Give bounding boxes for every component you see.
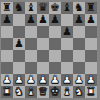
black-pawn-icon: ♟: [2, 14, 12, 26]
square-f2[interactable]: ♟: [61, 74, 73, 86]
square-f7[interactable]: [61, 14, 73, 26]
square-h7[interactable]: ♟: [85, 14, 97, 26]
black-pawn-icon: ♟: [38, 14, 48, 26]
black-pawn-icon: ♟: [74, 14, 84, 26]
square-e2[interactable]: ♟: [49, 74, 61, 86]
square-a8[interactable]: ♜: [1, 2, 13, 14]
white-pawn-icon: ♟: [14, 74, 24, 86]
black-pawn-icon: ♟: [62, 26, 72, 38]
square-h4[interactable]: [85, 50, 97, 62]
black-rook-icon: ♜: [86, 2, 96, 14]
square-f3[interactable]: [61, 62, 73, 74]
square-d2[interactable]: ♟: [37, 74, 49, 86]
square-c4[interactable]: [25, 50, 37, 62]
square-e1[interactable]: ♚: [49, 86, 61, 98]
white-pawn-icon: ♟: [50, 74, 60, 86]
square-d5[interactable]: [37, 38, 49, 50]
white-queen-icon: ♛: [38, 86, 48, 98]
square-b2[interactable]: ♟: [13, 74, 25, 86]
black-pawn-icon: ♟: [86, 14, 96, 26]
square-d7[interactable]: ♟: [37, 14, 49, 26]
square-a4[interactable]: [1, 50, 13, 62]
white-king-icon: ♚: [50, 86, 60, 98]
square-e4[interactable]: [49, 50, 61, 62]
white-pawn-icon: ♟: [26, 74, 36, 86]
black-queen-icon: ♛: [38, 2, 48, 14]
black-rook-icon: ♜: [2, 2, 12, 14]
square-b3[interactable]: [13, 62, 25, 74]
square-f8[interactable]: ♝: [61, 2, 73, 14]
square-e6[interactable]: [49, 26, 61, 38]
white-pawn-icon: ♟: [38, 74, 48, 86]
square-h8[interactable]: ♜: [85, 2, 97, 14]
square-e7[interactable]: ♟: [49, 14, 61, 26]
square-d6[interactable]: [37, 26, 49, 38]
square-g8[interactable]: ♞: [73, 2, 85, 14]
white-pawn-icon: ♟: [62, 74, 72, 86]
white-bishop-icon: ♝: [62, 86, 72, 98]
square-e3[interactable]: [49, 62, 61, 74]
square-b1[interactable]: ♞: [13, 86, 25, 98]
square-h2[interactable]: ♟: [85, 74, 97, 86]
square-g4[interactable]: [73, 50, 85, 62]
square-g3[interactable]: [73, 62, 85, 74]
black-knight-icon: ♞: [74, 2, 84, 14]
square-c3[interactable]: [25, 62, 37, 74]
square-d3[interactable]: [37, 62, 49, 74]
square-b7[interactable]: [13, 14, 25, 26]
square-e8[interactable]: ♚: [49, 2, 61, 14]
square-c5[interactable]: [25, 38, 37, 50]
square-g2[interactable]: ♟: [73, 74, 85, 86]
white-pawn-icon: ♟: [74, 74, 84, 86]
square-d1[interactable]: ♛: [37, 86, 49, 98]
black-pawn-icon: ♟: [26, 14, 36, 26]
white-bishop-icon: ♝: [26, 86, 36, 98]
square-d8[interactable]: ♛: [37, 2, 49, 14]
square-a7[interactable]: ♟: [1, 14, 13, 26]
square-a2[interactable]: ♟: [1, 74, 13, 86]
square-a1[interactable]: ♜: [1, 86, 13, 98]
white-pawn-icon: ♟: [86, 74, 96, 86]
square-c2[interactable]: ♟: [25, 74, 37, 86]
square-h6[interactable]: [85, 26, 97, 38]
square-h5[interactable]: [85, 38, 97, 50]
square-a3[interactable]: [1, 62, 13, 74]
square-c6[interactable]: [25, 26, 37, 38]
black-pawn-icon: ♟: [50, 14, 60, 26]
square-e5[interactable]: [49, 38, 61, 50]
white-rook-icon: ♜: [2, 86, 12, 98]
square-g7[interactable]: ♟: [73, 14, 85, 26]
white-knight-icon: ♞: [14, 86, 24, 98]
square-f1[interactable]: ♝: [61, 86, 73, 98]
square-g1[interactable]: ♞: [73, 86, 85, 98]
chess-board: ♜♞♝♛♚♝♞♜♟♟♟♟♟♟♟♟♟♟♟♟♟♟♟♟♜♞♝♛♚♝♞♜: [1, 2, 97, 98]
square-f5[interactable]: [61, 38, 73, 50]
black-pawn-icon: ♟: [14, 38, 24, 50]
square-c7[interactable]: ♟: [25, 14, 37, 26]
white-pawn-icon: ♟: [2, 74, 12, 86]
black-bishop-icon: ♝: [62, 2, 72, 14]
square-f6[interactable]: ♟: [61, 26, 73, 38]
square-c1[interactable]: ♝: [25, 86, 37, 98]
square-g5[interactable]: [73, 38, 85, 50]
square-a6[interactable]: [1, 26, 13, 38]
square-b6[interactable]: [13, 26, 25, 38]
square-g6[interactable]: [73, 26, 85, 38]
black-bishop-icon: ♝: [26, 2, 36, 14]
black-king-icon: ♚: [50, 2, 60, 14]
square-a5[interactable]: [1, 38, 13, 50]
square-b5[interactable]: ♟: [13, 38, 25, 50]
white-rook-icon: ♜: [86, 86, 96, 98]
square-f4[interactable]: [61, 50, 73, 62]
square-c8[interactable]: ♝: [25, 2, 37, 14]
board-background: ♜♞♝♛♚♝♞♜♟♟♟♟♟♟♟♟♟♟♟♟♟♟♟♟♜♞♝♛♚♝♞♜: [0, 0, 100, 100]
square-b8[interactable]: ♞: [13, 2, 25, 14]
square-b4[interactable]: [13, 50, 25, 62]
black-knight-icon: ♞: [14, 2, 24, 14]
white-knight-icon: ♞: [74, 86, 84, 98]
square-d4[interactable]: [37, 50, 49, 62]
square-h1[interactable]: ♜: [85, 86, 97, 98]
square-h3[interactable]: [85, 62, 97, 74]
